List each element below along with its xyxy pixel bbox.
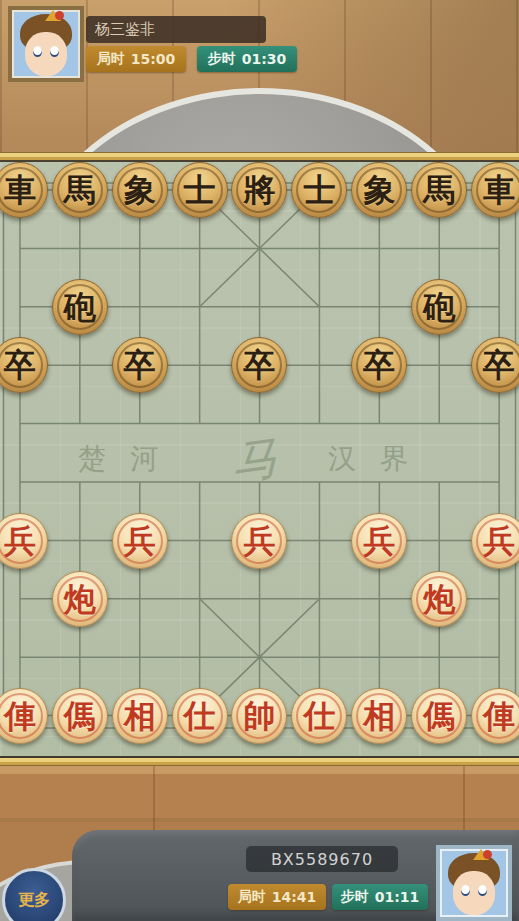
piece-black-士[interactable]: 士 [172, 162, 228, 218]
piece-black-車[interactable]: 車 [471, 162, 519, 218]
game-time-label: 局时 [238, 888, 266, 906]
piece-black-馬[interactable]: 馬 [52, 162, 108, 218]
piece-red-仕[interactable]: 仕 [172, 688, 228, 744]
piece-red-兵[interactable]: 兵 [351, 513, 407, 569]
opponent-game-time-badge: 局时 15:00 [86, 46, 186, 72]
player-game-time-badge: 局时 14:41 [228, 884, 326, 910]
move-time-value: 01:11 [375, 889, 420, 905]
piece-red-俥[interactable]: 俥 [471, 688, 519, 744]
piece-black-將[interactable]: 將 [231, 162, 287, 218]
piece-red-兵[interactable]: 兵 [0, 513, 48, 569]
game-time-label: 局时 [97, 50, 125, 68]
piece-black-車[interactable]: 車 [0, 162, 48, 218]
piece-black-卒[interactable]: 卒 [112, 337, 168, 393]
avatar-knot-icon [483, 850, 492, 859]
piece-red-俥[interactable]: 俥 [0, 688, 48, 744]
xiangqi-board[interactable]: 楚河 马 汉界 車馬象士將士象馬車砲砲卒卒卒卒卒兵兵兵兵兵炮炮俥傌相仕帥仕相傌俥 [0, 152, 519, 766]
piece-black-馬[interactable]: 馬 [411, 162, 467, 218]
move-time-value: 01:30 [242, 51, 287, 67]
piece-black-象[interactable]: 象 [351, 162, 407, 218]
piece-red-炮[interactable]: 炮 [411, 571, 467, 627]
avatar-eye [50, 46, 59, 57]
opponent-avatar[interactable] [8, 6, 84, 82]
piece-red-相[interactable]: 相 [351, 688, 407, 744]
piece-black-士[interactable]: 士 [291, 162, 347, 218]
piece-red-傌[interactable]: 傌 [52, 688, 108, 744]
piece-black-砲[interactable]: 砲 [52, 279, 108, 335]
move-time-label: 步时 [208, 50, 236, 68]
piece-black-卒[interactable]: 卒 [471, 337, 519, 393]
piece-red-炮[interactable]: 炮 [52, 571, 108, 627]
avatar-face [25, 32, 67, 76]
piece-black-砲[interactable]: 砲 [411, 279, 467, 335]
room-id-label: BX5589670 [271, 850, 373, 869]
avatar-face [453, 871, 495, 915]
piece-black-卒[interactable]: 卒 [0, 337, 48, 393]
avatar-knot-icon [55, 11, 64, 20]
opponent-move-time-badge: 步时 01:30 [197, 46, 297, 72]
game-time-value: 15:00 [131, 51, 176, 67]
piece-red-帥[interactable]: 帥 [231, 688, 287, 744]
room-id-bar: BX5589670 [246, 846, 398, 872]
piece-red-相[interactable]: 相 [112, 688, 168, 744]
piece-black-卒[interactable]: 卒 [351, 337, 407, 393]
move-time-label: 步时 [341, 888, 369, 906]
player-avatar[interactable] [436, 845, 512, 921]
piece-black-象[interactable]: 象 [112, 162, 168, 218]
board-gold-trim-top [0, 152, 519, 162]
piece-black-卒[interactable]: 卒 [231, 337, 287, 393]
avatar-eye [478, 885, 487, 896]
opponent-name-label: 杨三鉴非 [95, 20, 155, 39]
piece-red-兵[interactable]: 兵 [231, 513, 287, 569]
piece-red-兵[interactable]: 兵 [471, 513, 519, 569]
piece-red-兵[interactable]: 兵 [112, 513, 168, 569]
avatar-eye [33, 46, 42, 57]
opponent-name: 杨三鉴非 [86, 16, 266, 43]
game-time-value: 14:41 [272, 889, 317, 905]
more-button-label: 更多 [18, 890, 50, 911]
pieces-layer: 車馬象士將士象馬車砲砲卒卒卒卒卒兵兵兵兵兵炮炮俥傌相仕帥仕相傌俥 [0, 161, 519, 745]
piece-red-傌[interactable]: 傌 [411, 688, 467, 744]
player-move-time-badge: 步时 01:11 [332, 884, 428, 910]
avatar-eye [461, 885, 470, 896]
piece-red-仕[interactable]: 仕 [291, 688, 347, 744]
board-gold-trim-bottom [0, 756, 519, 766]
